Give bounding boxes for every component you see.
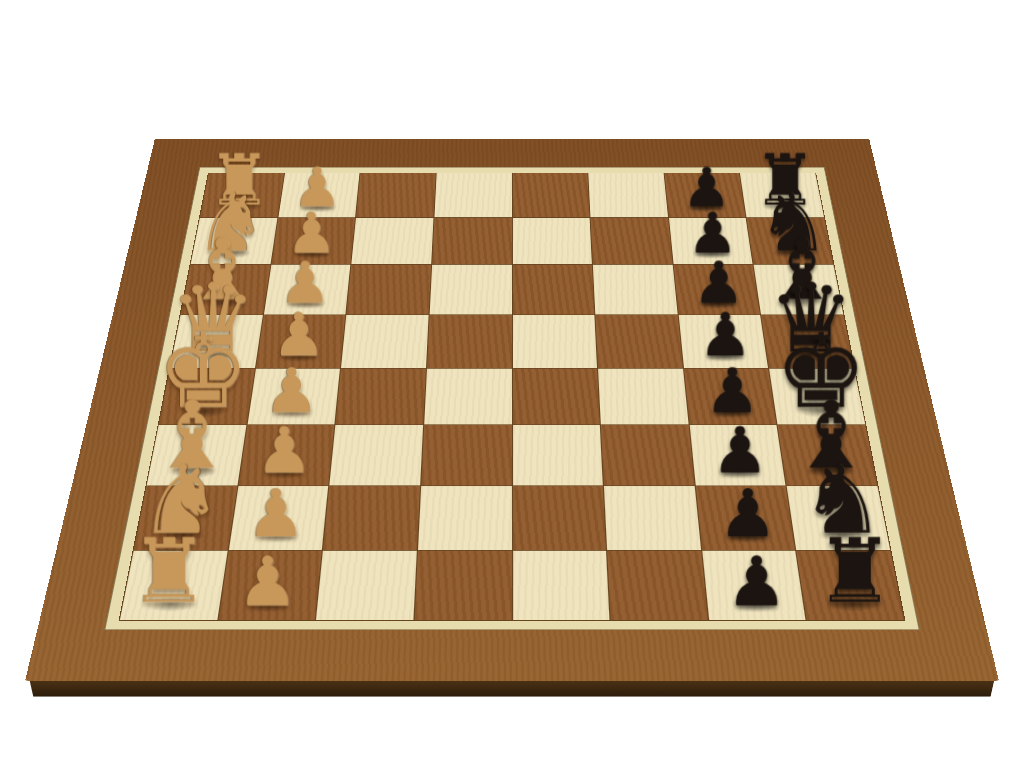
square-d5[interactable] <box>512 315 597 368</box>
square-c6[interactable] <box>593 265 677 315</box>
piece-white-pawn: ♟ <box>264 362 319 419</box>
square-c4[interactable] <box>430 265 512 315</box>
square-g4[interactable] <box>418 486 512 550</box>
piece-black-pawn: ♟ <box>705 362 760 419</box>
square-f5[interactable] <box>513 425 603 485</box>
square-a5[interactable] <box>512 173 589 217</box>
square-b6[interactable] <box>591 218 673 265</box>
square-h8[interactable]: ♜ <box>797 551 904 620</box>
piece-white-pawn: ♟ <box>237 550 298 613</box>
square-d4[interactable] <box>427 315 512 368</box>
square-b4[interactable] <box>432 218 512 265</box>
square-h2[interactable]: ♟ <box>218 551 322 620</box>
square-g6[interactable] <box>604 486 701 550</box>
square-e3[interactable] <box>336 368 426 424</box>
piece-black-rook: ♜ <box>814 531 894 613</box>
board-grid: ♜♟♟♜♞♟♟♞♝♟♟♝♛♟♟♛♚♟♟♚♝♟♟♝♞♟♟♞♜♟♟♜ <box>119 173 906 621</box>
piece-black-pawn: ♟ <box>718 483 777 544</box>
square-e6[interactable] <box>598 368 688 424</box>
square-e4[interactable] <box>424 368 511 424</box>
square-f3[interactable] <box>330 425 423 485</box>
square-f4[interactable] <box>421 425 511 485</box>
piece-white-pawn: ♟ <box>246 483 305 544</box>
square-a6[interactable] <box>588 173 667 217</box>
board-inner-border: ♜♟♟♜♞♟♟♞♝♟♟♝♛♟♟♛♚♟♟♚♝♟♟♝♞♟♟♞♜♟♟♜ <box>104 167 920 630</box>
square-h7[interactable]: ♟ <box>702 551 806 620</box>
square-d3[interactable] <box>341 315 428 368</box>
square-b5[interactable] <box>512 218 592 265</box>
square-f6[interactable] <box>601 425 694 485</box>
photo-background: ♜♟♟♜♞♟♟♞♝♟♟♝♛♟♟♛♚♟♟♚♝♟♟♝♞♟♟♞♜♟♟♜ <box>0 0 1024 768</box>
square-c5[interactable] <box>512 265 594 315</box>
square-d6[interactable] <box>595 315 682 368</box>
square-e5[interactable] <box>513 368 600 424</box>
square-a3[interactable] <box>356 173 435 217</box>
board-edge <box>30 681 994 697</box>
square-h6[interactable] <box>607 551 707 620</box>
square-g5[interactable] <box>513 486 607 550</box>
square-h5[interactable] <box>513 551 610 620</box>
square-h3[interactable] <box>316 551 416 620</box>
chess-board-frame: ♜♟♟♜♞♟♟♞♝♟♟♝♛♟♟♛♚♟♟♚♝♟♟♝♞♟♟♞♜♟♟♜ <box>25 139 999 682</box>
square-h4[interactable] <box>414 551 511 620</box>
square-b3[interactable] <box>352 218 434 265</box>
piece-black-pawn: ♟ <box>711 421 768 480</box>
square-a4[interactable] <box>434 173 511 217</box>
square-g3[interactable] <box>323 486 420 550</box>
square-h1[interactable]: ♜ <box>120 551 227 620</box>
square-c3[interactable] <box>347 265 431 315</box>
piece-black-pawn: ♟ <box>726 550 787 613</box>
piece-white-pawn: ♟ <box>255 421 312 480</box>
piece-white-rook: ♜ <box>130 531 210 613</box>
